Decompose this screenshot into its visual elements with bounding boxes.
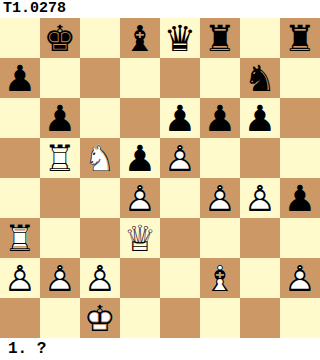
square-h6[interactable]	[280, 98, 320, 138]
square-g4[interactable]: ♟♙	[240, 178, 280, 218]
square-c6[interactable]	[80, 98, 120, 138]
square-e7[interactable]	[160, 58, 200, 98]
square-g6[interactable]: ♟	[240, 98, 280, 138]
square-c7[interactable]	[80, 58, 120, 98]
square-a1[interactable]	[0, 298, 40, 338]
square-g8[interactable]	[240, 18, 280, 58]
square-h2[interactable]: ♟♙	[280, 258, 320, 298]
white-rook-piece: ♜♖	[0, 218, 40, 258]
black-bishop-piece: ♝	[120, 18, 160, 58]
square-f3[interactable]	[200, 218, 240, 258]
square-c2[interactable]: ♟♙	[80, 258, 120, 298]
square-d4[interactable]: ♟♙	[120, 178, 160, 218]
white-queen-piece: ♛♕	[120, 218, 160, 258]
square-b2[interactable]: ♟♙	[40, 258, 80, 298]
square-c3[interactable]	[80, 218, 120, 258]
square-d2[interactable]	[120, 258, 160, 298]
square-e2[interactable]	[160, 258, 200, 298]
square-g7[interactable]: ♞	[240, 58, 280, 98]
square-a5[interactable]	[0, 138, 40, 178]
square-c8[interactable]	[80, 18, 120, 58]
square-e1[interactable]	[160, 298, 200, 338]
square-b4[interactable]	[40, 178, 80, 218]
square-a7[interactable]: ♟	[0, 58, 40, 98]
square-b3[interactable]	[40, 218, 80, 258]
black-knight-piece: ♞	[240, 58, 280, 98]
square-b8[interactable]: ♚	[40, 18, 80, 58]
white-rook-piece: ♜♖	[40, 138, 80, 178]
black-pawn-piece: ♟	[240, 98, 280, 138]
square-g3[interactable]	[240, 218, 280, 258]
black-pawn-piece: ♟	[280, 178, 320, 218]
square-d5[interactable]: ♟	[120, 138, 160, 178]
black-pawn-piece: ♟	[40, 98, 80, 138]
puzzle-id-title: T1.0278	[0, 0, 320, 18]
square-a6[interactable]	[0, 98, 40, 138]
square-d6[interactable]	[120, 98, 160, 138]
square-a3[interactable]: ♜♖	[0, 218, 40, 258]
black-pawn-piece: ♟	[200, 98, 240, 138]
square-d1[interactable]	[120, 298, 160, 338]
white-knight-piece: ♞♘	[80, 138, 120, 178]
white-bishop-piece: ♝♗	[200, 258, 240, 298]
square-f6[interactable]: ♟	[200, 98, 240, 138]
white-pawn-piece: ♟♙	[80, 258, 120, 298]
square-b5[interactable]: ♜♖	[40, 138, 80, 178]
square-h4[interactable]: ♟	[280, 178, 320, 218]
square-b1[interactable]	[40, 298, 80, 338]
square-f7[interactable]	[200, 58, 240, 98]
square-b6[interactable]: ♟	[40, 98, 80, 138]
square-f4[interactable]: ♟♙	[200, 178, 240, 218]
black-pawn-piece: ♟	[160, 98, 200, 138]
square-f2[interactable]: ♝♗	[200, 258, 240, 298]
white-pawn-piece: ♟♙	[40, 258, 80, 298]
square-h7[interactable]	[280, 58, 320, 98]
square-a8[interactable]	[0, 18, 40, 58]
white-pawn-piece: ♟♙	[120, 178, 160, 218]
square-f8[interactable]: ♜	[200, 18, 240, 58]
square-g5[interactable]	[240, 138, 280, 178]
white-pawn-piece: ♟♙	[160, 138, 200, 178]
white-king-piece: ♚♔	[80, 298, 120, 338]
square-b7[interactable]	[40, 58, 80, 98]
black-pawn-piece: ♟	[120, 138, 160, 178]
square-h5[interactable]	[280, 138, 320, 178]
white-pawn-piece: ♟♙	[240, 178, 280, 218]
square-d8[interactable]: ♝	[120, 18, 160, 58]
square-a2[interactable]: ♟♙	[0, 258, 40, 298]
move-prompt: 1. ?	[0, 338, 320, 360]
white-pawn-piece: ♟♙	[200, 178, 240, 218]
square-d3[interactable]: ♛♕	[120, 218, 160, 258]
black-rook-piece: ♜	[200, 18, 240, 58]
square-e5[interactable]: ♟♙	[160, 138, 200, 178]
square-a4[interactable]	[0, 178, 40, 218]
square-c5[interactable]: ♞♘	[80, 138, 120, 178]
black-king-piece: ♚	[40, 18, 80, 58]
square-c1[interactable]: ♚♔	[80, 298, 120, 338]
square-h3[interactable]	[280, 218, 320, 258]
black-rook-piece: ♜	[280, 18, 320, 58]
square-e8[interactable]: ♛	[160, 18, 200, 58]
square-g1[interactable]	[240, 298, 280, 338]
white-pawn-piece: ♟♙	[280, 258, 320, 298]
square-f1[interactable]	[200, 298, 240, 338]
square-e3[interactable]	[160, 218, 200, 258]
black-pawn-piece: ♟	[0, 58, 40, 98]
square-e6[interactable]: ♟	[160, 98, 200, 138]
square-h1[interactable]	[280, 298, 320, 338]
square-h8[interactable]: ♜	[280, 18, 320, 58]
square-c4[interactable]	[80, 178, 120, 218]
chess-board: ♚♝♛♜♜♟♞♟♟♟♟♜♖♞♘♟♟♙♟♙♟♙♟♙♟♜♖♛♕♟♙♟♙♟♙♝♗♟♙♚…	[0, 18, 320, 338]
square-e4[interactable]	[160, 178, 200, 218]
white-pawn-piece: ♟♙	[0, 258, 40, 298]
square-d7[interactable]	[120, 58, 160, 98]
black-queen-piece: ♛	[160, 18, 200, 58]
square-f5[interactable]	[200, 138, 240, 178]
square-g2[interactable]	[240, 258, 280, 298]
